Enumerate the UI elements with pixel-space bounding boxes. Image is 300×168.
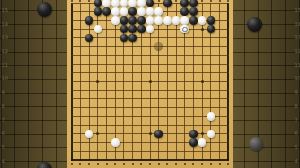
black-stone[interactable] <box>94 7 103 16</box>
black-stone[interactable] <box>128 34 137 43</box>
ghost-stone <box>154 42 163 51</box>
grid-line-horizontal <box>71 37 229 38</box>
coordinate-tick-bottom <box>175 163 177 165</box>
grid-line-horizontal <box>71 64 229 65</box>
white-stone[interactable] <box>137 0 146 7</box>
coordinate-tick-bottom <box>192 163 194 165</box>
star-point <box>149 80 152 83</box>
white-stone[interactable] <box>146 16 155 25</box>
star-point <box>201 80 204 83</box>
black-stone[interactable] <box>189 16 198 25</box>
black-stone[interactable] <box>128 16 137 25</box>
black-stone[interactable] <box>207 16 216 25</box>
go-board[interactable] <box>67 0 233 168</box>
white-stone[interactable] <box>94 25 103 34</box>
white-stone[interactable] <box>120 0 129 7</box>
coordinate-tick-bottom <box>71 163 73 165</box>
black-stone[interactable] <box>189 138 198 147</box>
black-stone[interactable] <box>137 25 146 34</box>
black-stone[interactable] <box>137 16 146 25</box>
coordinate-tick-bottom <box>149 163 151 165</box>
white-stone[interactable] <box>128 0 137 7</box>
grid-line-horizontal <box>71 116 229 117</box>
grid-line-horizontal <box>71 107 229 108</box>
grid-line-horizontal <box>71 46 229 47</box>
white-stone[interactable] <box>120 7 129 16</box>
white-stone[interactable] <box>111 0 120 7</box>
black-stone[interactable] <box>85 34 94 43</box>
coordinate-tick-bottom <box>123 163 125 165</box>
coordinate-tick-top <box>71 0 73 2</box>
coordinate-tick-bottom <box>114 163 116 165</box>
white-stone[interactable] <box>207 130 216 139</box>
black-stone[interactable] <box>120 25 129 34</box>
white-stone[interactable] <box>163 16 172 25</box>
coordinate-tick-top <box>219 0 221 2</box>
white-stone[interactable] <box>154 7 163 16</box>
strip-shading <box>233 0 300 168</box>
white-stone[interactable] <box>137 7 146 16</box>
white-stone[interactable] <box>111 16 120 25</box>
coordinate-tick-bottom <box>132 163 134 165</box>
coordinate-tick-bottom <box>184 163 186 165</box>
white-stone[interactable] <box>146 7 155 16</box>
black-stone[interactable] <box>85 16 94 25</box>
star-point <box>149 132 152 135</box>
grid-line-horizontal <box>71 90 229 91</box>
black-stone[interactable] <box>180 0 189 7</box>
coordinate-tick-bottom <box>219 163 221 165</box>
last-move-circle-marker <box>182 27 188 33</box>
white-stone[interactable] <box>146 25 155 34</box>
go-app-screenshot: 151413121110987654 151413121110987654 <box>0 0 300 168</box>
star-point <box>96 132 99 135</box>
black-stone[interactable] <box>189 130 198 139</box>
black-stone[interactable] <box>128 7 137 16</box>
star-point <box>96 80 99 83</box>
coordinate-tick-bottom <box>97 163 99 165</box>
white-stone[interactable] <box>198 16 207 25</box>
black-stone[interactable] <box>120 16 129 25</box>
white-stone-last-move[interactable] <box>180 25 189 34</box>
coordinate-tick-bottom <box>158 163 160 165</box>
coordinate-tick-bottom <box>140 163 142 165</box>
grid-line-horizontal <box>71 159 229 161</box>
coordinate-tick-bottom <box>88 163 90 165</box>
black-stone[interactable] <box>120 34 129 43</box>
background-board-strip-right: 151413121110987654 <box>233 0 300 168</box>
grid-line-horizontal <box>71 151 229 152</box>
white-stone[interactable] <box>207 112 216 121</box>
black-stone[interactable] <box>154 130 163 139</box>
grid-line-horizontal <box>71 125 229 126</box>
coordinate-tick-top <box>158 0 160 2</box>
white-stone[interactable] <box>180 16 189 25</box>
coordinate-tick-bottom <box>106 163 108 165</box>
coordinate-tick-bottom <box>201 163 203 165</box>
white-stone[interactable] <box>172 16 181 25</box>
black-stone[interactable] <box>180 7 189 16</box>
white-stone[interactable] <box>198 138 207 147</box>
star-point <box>201 132 204 135</box>
coordinate-tick-bottom <box>227 163 229 165</box>
black-stone[interactable] <box>189 7 198 16</box>
white-stone[interactable] <box>111 7 120 16</box>
black-stone[interactable] <box>146 0 155 7</box>
grid-line-horizontal <box>71 72 229 73</box>
background-board-strip-left: 151413121110987654 <box>0 0 67 168</box>
white-stone[interactable] <box>85 130 94 139</box>
strip-shading <box>0 0 67 168</box>
black-stone[interactable] <box>94 0 103 7</box>
black-stone[interactable] <box>102 7 111 16</box>
black-stone[interactable] <box>207 25 216 34</box>
black-stone[interactable] <box>163 0 172 7</box>
coordinate-tick-top <box>210 0 212 2</box>
grid-line-horizontal <box>71 98 229 99</box>
star-point <box>201 28 204 31</box>
coordinate-tick-bottom <box>210 163 212 165</box>
coordinate-tick-bottom <box>79 163 81 165</box>
black-stone[interactable] <box>189 0 198 7</box>
white-stone[interactable] <box>102 0 111 7</box>
coordinate-tick-bottom <box>166 163 168 165</box>
black-stone[interactable] <box>128 25 137 34</box>
grid-line-horizontal <box>71 55 229 56</box>
white-stone[interactable] <box>111 138 120 147</box>
white-stone[interactable] <box>154 16 163 25</box>
